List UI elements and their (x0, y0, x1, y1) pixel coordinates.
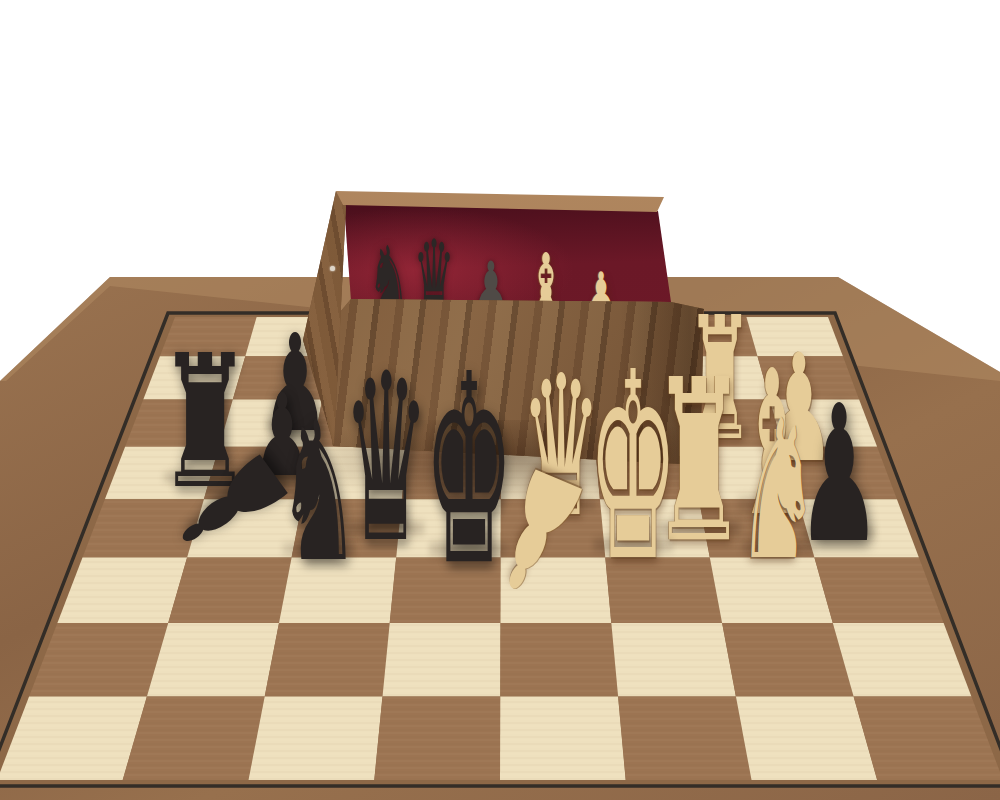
black-knight-piece: ♞ (277, 395, 361, 589)
chess-set-photo: ♞ ♛ ♟ ♝ ♟ ♜ ♟ ♟ ♟ ♜ ♝ ♛ ♟ ♟ ♛ ♟ ♜ ♞ ♞ ♚ … (0, 0, 1000, 800)
white-knight-piece: ♞ (736, 394, 820, 587)
pieces-on-board: ♜ ♟ ♟ ♟ ♜ ♝ ♛ ♟ ♟ ♛ ♟ ♜ ♞ ♞ ♚ ♚ (0, 0, 1000, 800)
black-king-piece: ♚ (424, 341, 514, 603)
white-king-piece: ♚ (588, 339, 678, 598)
